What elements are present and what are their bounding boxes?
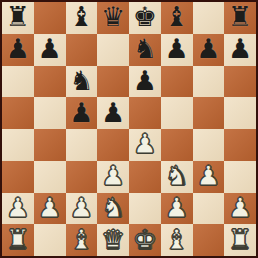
piece-white-pawn[interactable]: ♟	[38, 194, 62, 221]
square-a8[interactable]: ♜	[2, 2, 34, 34]
square-h4[interactable]	[224, 129, 256, 161]
square-c3[interactable]	[66, 161, 98, 193]
square-h1[interactable]: ♜	[224, 224, 256, 256]
square-b4[interactable]	[34, 129, 66, 161]
square-h8[interactable]: ♜	[224, 2, 256, 34]
square-e3[interactable]	[129, 161, 161, 193]
square-a1[interactable]: ♜	[2, 224, 34, 256]
square-f3[interactable]: ♞	[161, 161, 193, 193]
square-e8[interactable]: ♚	[129, 2, 161, 34]
piece-white-king[interactable]: ♚	[133, 226, 157, 253]
square-b2[interactable]: ♟	[34, 193, 66, 225]
square-c8[interactable]: ♝	[66, 2, 98, 34]
piece-white-pawn[interactable]: ♟	[101, 162, 125, 189]
square-h6[interactable]	[224, 66, 256, 98]
square-f2[interactable]: ♟	[161, 193, 193, 225]
square-g4[interactable]	[193, 129, 225, 161]
square-b8[interactable]	[34, 2, 66, 34]
square-a2[interactable]: ♟	[2, 193, 34, 225]
square-e4[interactable]: ♟	[129, 129, 161, 161]
piece-white-rook[interactable]: ♜	[228, 226, 252, 253]
square-a7[interactable]: ♟	[2, 34, 34, 66]
square-d1[interactable]: ♛	[97, 224, 129, 256]
piece-black-bishop[interactable]: ♝	[69, 3, 93, 30]
piece-white-queen[interactable]: ♛	[101, 226, 125, 253]
square-g3[interactable]: ♟	[193, 161, 225, 193]
piece-black-rook[interactable]: ♜	[228, 3, 252, 30]
square-b5[interactable]	[34, 97, 66, 129]
square-c7[interactable]	[66, 34, 98, 66]
piece-black-bishop[interactable]: ♝	[165, 3, 189, 30]
square-d8[interactable]: ♛	[97, 2, 129, 34]
square-e5[interactable]	[129, 97, 161, 129]
piece-white-pawn[interactable]: ♟	[133, 130, 157, 157]
square-d4[interactable]	[97, 129, 129, 161]
square-g5[interactable]	[193, 97, 225, 129]
piece-white-pawn[interactable]: ♟	[6, 194, 30, 221]
square-d6[interactable]	[97, 66, 129, 98]
square-c4[interactable]	[66, 129, 98, 161]
square-c5[interactable]: ♟	[66, 97, 98, 129]
square-c6[interactable]: ♞	[66, 66, 98, 98]
piece-white-pawn[interactable]: ♟	[196, 162, 220, 189]
square-g7[interactable]: ♟	[193, 34, 225, 66]
piece-white-bishop[interactable]: ♝	[165, 226, 189, 253]
piece-black-king[interactable]: ♚	[133, 3, 157, 30]
square-b6[interactable]	[34, 66, 66, 98]
piece-black-queen[interactable]: ♛	[101, 3, 125, 30]
piece-white-knight[interactable]: ♞	[101, 194, 125, 221]
square-b7[interactable]: ♟	[34, 34, 66, 66]
square-f5[interactable]	[161, 97, 193, 129]
piece-white-knight[interactable]: ♞	[165, 162, 189, 189]
square-f4[interactable]	[161, 129, 193, 161]
square-d5[interactable]: ♟	[97, 97, 129, 129]
square-f1[interactable]: ♝	[161, 224, 193, 256]
square-b3[interactable]	[34, 161, 66, 193]
square-c2[interactable]: ♟	[66, 193, 98, 225]
square-d3[interactable]: ♟	[97, 161, 129, 193]
square-h3[interactable]	[224, 161, 256, 193]
piece-white-pawn[interactable]: ♟	[228, 194, 252, 221]
piece-black-rook[interactable]: ♜	[6, 3, 30, 30]
square-h2[interactable]: ♟	[224, 193, 256, 225]
square-d7[interactable]	[97, 34, 129, 66]
square-e6[interactable]: ♟	[129, 66, 161, 98]
square-g2[interactable]	[193, 193, 225, 225]
square-e1[interactable]: ♚	[129, 224, 161, 256]
square-g6[interactable]	[193, 66, 225, 98]
square-a6[interactable]	[2, 66, 34, 98]
piece-black-pawn[interactable]: ♟	[101, 99, 125, 126]
square-d2[interactable]: ♞	[97, 193, 129, 225]
chess-board: ♜♝♛♚♝♜♟♟♞♟♟♟♞♟♟♟♟♟♞♟♟♟♟♞♟♟♜♝♛♚♝♜	[0, 0, 258, 258]
square-c1[interactable]: ♝	[66, 224, 98, 256]
board-grid: ♜♝♛♚♝♜♟♟♞♟♟♟♞♟♟♟♟♟♞♟♟♟♟♞♟♟♜♝♛♚♝♜	[2, 2, 256, 256]
piece-black-pawn[interactable]: ♟	[228, 35, 252, 62]
square-a4[interactable]	[2, 129, 34, 161]
piece-black-pawn[interactable]: ♟	[38, 35, 62, 62]
square-e2[interactable]	[129, 193, 161, 225]
square-g1[interactable]	[193, 224, 225, 256]
square-f7[interactable]: ♟	[161, 34, 193, 66]
piece-black-pawn[interactable]: ♟	[6, 35, 30, 62]
square-b1[interactable]	[34, 224, 66, 256]
piece-white-rook[interactable]: ♜	[6, 226, 30, 253]
square-f6[interactable]	[161, 66, 193, 98]
square-h5[interactable]	[224, 97, 256, 129]
square-a3[interactable]	[2, 161, 34, 193]
piece-black-knight[interactable]: ♞	[133, 35, 157, 62]
piece-white-bishop[interactable]: ♝	[69, 226, 93, 253]
square-f8[interactable]: ♝	[161, 2, 193, 34]
piece-black-pawn[interactable]: ♟	[69, 99, 93, 126]
piece-white-pawn[interactable]: ♟	[165, 194, 189, 221]
piece-white-pawn[interactable]: ♟	[69, 194, 93, 221]
piece-black-pawn[interactable]: ♟	[165, 35, 189, 62]
square-h7[interactable]: ♟	[224, 34, 256, 66]
square-g8[interactable]	[193, 2, 225, 34]
square-e7[interactable]: ♞	[129, 34, 161, 66]
piece-black-knight[interactable]: ♞	[69, 67, 93, 94]
square-a5[interactable]	[2, 97, 34, 129]
piece-black-pawn[interactable]: ♟	[133, 67, 157, 94]
piece-black-pawn[interactable]: ♟	[196, 35, 220, 62]
